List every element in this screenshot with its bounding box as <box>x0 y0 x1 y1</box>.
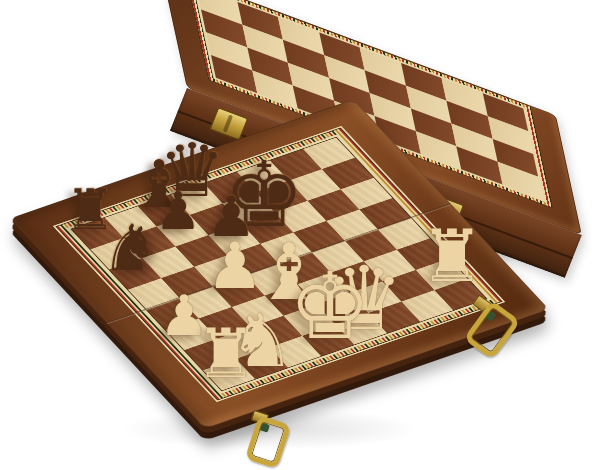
board-frame <box>9 99 549 428</box>
product-photo-chess-set: ♜♝♛♟♞♟♚♟♟♝♜♜♞♚♛ <box>0 0 600 470</box>
open-chess-board <box>81 66 477 462</box>
